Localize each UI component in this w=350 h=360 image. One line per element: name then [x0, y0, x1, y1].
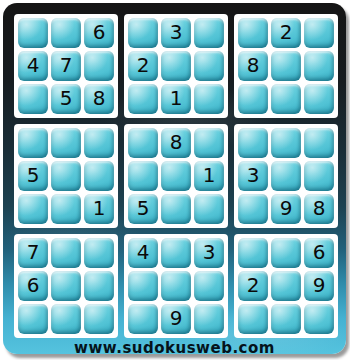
box-3: 28	[234, 14, 338, 118]
cell-r6c1[interactable]	[18, 194, 48, 224]
cell-r9c4[interactable]	[128, 304, 158, 334]
cell-r9c7[interactable]	[238, 304, 268, 334]
cell-r5c6[interactable]: 1	[194, 161, 224, 191]
cell-r9c6[interactable]	[194, 304, 224, 334]
cell-r2c5[interactable]	[161, 51, 191, 81]
given-digit: 5	[60, 88, 73, 108]
cell-r3c6[interactable]	[194, 84, 224, 114]
cell-r8c6[interactable]	[194, 271, 224, 301]
given-digit: 1	[203, 165, 216, 185]
given-digit: 2	[247, 275, 260, 295]
cell-r2c1[interactable]: 4	[18, 51, 48, 81]
cell-r3c2[interactable]: 5	[51, 84, 81, 114]
cell-r8c8[interactable]	[271, 271, 301, 301]
cell-r3c8[interactable]	[271, 84, 301, 114]
given-digit: 9	[170, 308, 183, 328]
cell-r4c9[interactable]	[304, 128, 334, 158]
cell-r5c3[interactable]	[84, 161, 114, 191]
given-digit: 2	[280, 22, 293, 42]
cell-r5c1[interactable]: 5	[18, 161, 48, 191]
cell-r7c5[interactable]	[161, 238, 191, 268]
cell-r6c2[interactable]	[51, 194, 81, 224]
given-digit: 4	[137, 242, 150, 262]
cell-r7c6[interactable]: 3	[194, 238, 224, 268]
box-8: 439	[124, 234, 228, 338]
cell-r6c5[interactable]	[161, 194, 191, 224]
cell-r4c6[interactable]	[194, 128, 224, 158]
given-digit: 1	[93, 198, 106, 218]
given-digit: 8	[170, 132, 183, 152]
cell-r1c9[interactable]	[304, 18, 334, 48]
given-digit: 2	[137, 55, 150, 75]
given-digit: 1	[170, 88, 183, 108]
given-digit: 5	[137, 198, 150, 218]
cell-r7c3[interactable]	[84, 238, 114, 268]
cell-r4c7[interactable]	[238, 128, 268, 158]
cell-r2c2[interactable]: 7	[51, 51, 81, 81]
cell-r5c8[interactable]	[271, 161, 301, 191]
cell-r1c3[interactable]: 6	[84, 18, 114, 48]
cell-r5c9[interactable]	[304, 161, 334, 191]
cell-r7c8[interactable]	[271, 238, 301, 268]
cell-r2c6[interactable]	[194, 51, 224, 81]
cell-r4c8[interactable]	[271, 128, 301, 158]
cell-r9c5[interactable]: 9	[161, 304, 191, 334]
cell-r3c1[interactable]	[18, 84, 48, 114]
cell-r2c3[interactable]	[84, 51, 114, 81]
cell-r7c2[interactable]	[51, 238, 81, 268]
box-1: 64758	[14, 14, 118, 118]
given-digit: 4	[27, 55, 40, 75]
given-digit: 9	[313, 275, 326, 295]
cell-r8c9[interactable]: 9	[304, 271, 334, 301]
given-digit: 6	[93, 22, 106, 42]
cell-r6c8[interactable]: 9	[271, 194, 301, 224]
cell-r4c4[interactable]	[128, 128, 158, 158]
cell-r1c1[interactable]	[18, 18, 48, 48]
cell-r8c4[interactable]	[128, 271, 158, 301]
cell-r9c2[interactable]	[51, 304, 81, 334]
cell-r3c9[interactable]	[304, 84, 334, 114]
given-digit: 8	[247, 55, 260, 75]
cell-r6c3[interactable]: 1	[84, 194, 114, 224]
sudoku-grid: 64758321285181539876439629	[14, 14, 338, 338]
box-6: 398	[234, 124, 338, 228]
cell-r2c9[interactable]	[304, 51, 334, 81]
cell-r8c1[interactable]: 6	[18, 271, 48, 301]
cell-r9c3[interactable]	[84, 304, 114, 334]
cell-r2c7[interactable]: 8	[238, 51, 268, 81]
given-digit: 6	[27, 275, 40, 295]
cell-r7c9[interactable]: 6	[304, 238, 334, 268]
cell-r3c3[interactable]: 8	[84, 84, 114, 114]
given-digit: 7	[27, 242, 40, 262]
cell-r7c1[interactable]: 7	[18, 238, 48, 268]
cell-r5c4[interactable]	[128, 161, 158, 191]
cell-r9c1[interactable]	[18, 304, 48, 334]
cell-r5c5[interactable]	[161, 161, 191, 191]
given-digit: 7	[60, 55, 73, 75]
given-digit: 3	[170, 22, 183, 42]
cell-r5c7[interactable]: 3	[238, 161, 268, 191]
cell-r7c4[interactable]: 4	[128, 238, 158, 268]
cell-r3c7[interactable]	[238, 84, 268, 114]
cell-r8c3[interactable]	[84, 271, 114, 301]
cell-r4c5[interactable]: 8	[161, 128, 191, 158]
given-digit: 3	[247, 165, 260, 185]
box-2: 321	[124, 14, 228, 118]
given-digit: 5	[27, 165, 40, 185]
box-4: 51	[14, 124, 118, 228]
cell-r8c7[interactable]: 2	[238, 271, 268, 301]
cell-r2c4[interactable]: 2	[128, 51, 158, 81]
cell-r6c6[interactable]	[194, 194, 224, 224]
given-digit: 8	[93, 88, 106, 108]
cell-r3c5[interactable]: 1	[161, 84, 191, 114]
cell-r7c7[interactable]	[238, 238, 268, 268]
given-digit: 6	[313, 242, 326, 262]
cell-r1c6[interactable]	[194, 18, 224, 48]
cell-r4c3[interactable]	[84, 128, 114, 158]
cell-r6c7[interactable]	[238, 194, 268, 224]
cell-r9c8[interactable]	[271, 304, 301, 334]
cell-r6c4[interactable]: 5	[128, 194, 158, 224]
box-7: 76	[14, 234, 118, 338]
cell-r3c4[interactable]	[128, 84, 158, 114]
sudoku-board-plaque: 64758321285181539876439629 www.sudokuswe…	[3, 3, 346, 354]
given-digit: 3	[203, 242, 216, 262]
cell-r1c4[interactable]	[128, 18, 158, 48]
cell-r6c9[interactable]: 8	[304, 194, 334, 224]
cell-r9c9[interactable]	[304, 304, 334, 334]
cell-r2c8[interactable]	[271, 51, 301, 81]
cell-r4c1[interactable]	[18, 128, 48, 158]
given-digit: 8	[313, 198, 326, 218]
given-digit: 9	[280, 198, 293, 218]
cell-r4c2[interactable]	[51, 128, 81, 158]
cell-r1c7[interactable]	[238, 18, 268, 48]
box-5: 815	[124, 124, 228, 228]
cell-r5c2[interactable]	[51, 161, 81, 191]
cell-r8c5[interactable]	[161, 271, 191, 301]
cell-r1c2[interactable]	[51, 18, 81, 48]
cell-r1c8[interactable]: 2	[271, 18, 301, 48]
cell-r1c5[interactable]: 3	[161, 18, 191, 48]
box-9: 629	[234, 234, 338, 338]
site-url: www.sudokusweb.com	[3, 339, 346, 354]
cell-r8c2[interactable]	[51, 271, 81, 301]
